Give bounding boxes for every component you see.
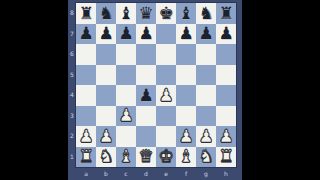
- file-label-a: a: [76, 167, 96, 180]
- piece-black-rook[interactable]: ♜: [216, 3, 236, 24]
- file-label-b: b: [96, 167, 116, 180]
- piece-black-pawn[interactable]: ♟: [136, 24, 156, 45]
- square-b6[interactable]: [96, 44, 116, 65]
- file-label-g: g: [196, 167, 216, 180]
- square-e6[interactable]: [156, 44, 176, 65]
- rank-labels: 87654321: [68, 3, 76, 167]
- piece-black-queen[interactable]: ♛: [136, 3, 156, 24]
- square-h2[interactable]: ♟: [216, 126, 236, 147]
- file-labels: abcdefgh: [76, 167, 236, 180]
- piece-white-queen[interactable]: ♛: [136, 147, 156, 168]
- rank-label-7: 7: [68, 24, 76, 45]
- letterbox-right: [242, 0, 320, 180]
- square-g2[interactable]: ♟: [196, 126, 216, 147]
- square-c8[interactable]: ♝: [116, 3, 136, 24]
- square-e1[interactable]: ♚: [156, 147, 176, 168]
- piece-white-pawn[interactable]: ♟: [116, 106, 136, 127]
- rank-label-8: 8: [68, 3, 76, 24]
- square-d8[interactable]: ♛: [136, 3, 156, 24]
- square-b1[interactable]: ♞: [96, 147, 116, 168]
- rank-label-4: 4: [68, 85, 76, 106]
- square-e5[interactable]: [156, 65, 176, 86]
- square-h5[interactable]: [216, 65, 236, 86]
- square-h1[interactable]: ♜: [216, 147, 236, 168]
- square-f2[interactable]: ♟: [176, 126, 196, 147]
- square-b2[interactable]: ♟: [96, 126, 116, 147]
- square-b4[interactable]: [96, 85, 116, 106]
- rank-label-1: 1: [68, 147, 76, 168]
- piece-white-rook[interactable]: ♜: [216, 147, 236, 168]
- square-b7[interactable]: ♟: [96, 24, 116, 45]
- piece-black-pawn[interactable]: ♟: [96, 24, 116, 45]
- square-h6[interactable]: [216, 44, 236, 65]
- square-f3[interactable]: [176, 106, 196, 127]
- square-f6[interactable]: [176, 44, 196, 65]
- rank-label-3: 3: [68, 106, 76, 127]
- file-label-c: c: [116, 167, 136, 180]
- square-f7[interactable]: ♟: [176, 24, 196, 45]
- piece-white-pawn[interactable]: ♟: [96, 126, 116, 147]
- piece-white-knight[interactable]: ♞: [96, 147, 116, 168]
- piece-black-pawn[interactable]: ♟: [216, 24, 236, 45]
- square-c3[interactable]: ♟: [116, 106, 136, 127]
- square-a1[interactable]: ♜: [76, 147, 96, 168]
- square-c6[interactable]: [116, 44, 136, 65]
- square-g5[interactable]: [196, 65, 216, 86]
- square-c1[interactable]: ♝: [116, 147, 136, 168]
- piece-black-bishop[interactable]: ♝: [116, 3, 136, 24]
- square-e7[interactable]: [156, 24, 176, 45]
- piece-black-pawn[interactable]: ♟: [116, 24, 136, 45]
- rank-label-6: 6: [68, 44, 76, 65]
- square-d1[interactable]: ♛: [136, 147, 156, 168]
- square-d5[interactable]: [136, 65, 156, 86]
- square-c7[interactable]: ♟: [116, 24, 136, 45]
- piece-white-pawn[interactable]: ♟: [76, 126, 96, 147]
- square-a7[interactable]: ♟: [76, 24, 96, 45]
- piece-black-pawn[interactable]: ♟: [136, 85, 156, 106]
- square-f5[interactable]: [176, 65, 196, 86]
- file-label-d: d: [136, 167, 156, 180]
- square-c2[interactable]: [116, 126, 136, 147]
- video-frame: 87654321 ♜♞♝♛♚♝♞♜♟♟♟♟♟♟♟♟♟♟♟♟♟♟♟♜♞♝♛♚♝♞♜…: [0, 0, 320, 180]
- piece-black-king[interactable]: ♚: [156, 3, 176, 24]
- piece-white-pawn[interactable]: ♟: [216, 126, 236, 147]
- piece-black-pawn[interactable]: ♟: [196, 24, 216, 45]
- square-e4[interactable]: ♟: [156, 85, 176, 106]
- piece-black-knight[interactable]: ♞: [96, 3, 116, 24]
- square-f4[interactable]: [176, 85, 196, 106]
- letterbox-left: [0, 0, 68, 180]
- square-h3[interactable]: [216, 106, 236, 127]
- rank-label-2: 2: [68, 126, 76, 147]
- file-label-h: h: [216, 167, 236, 180]
- piece-black-pawn[interactable]: ♟: [76, 24, 96, 45]
- square-a5[interactable]: [76, 65, 96, 86]
- piece-white-knight[interactable]: ♞: [196, 147, 216, 168]
- square-g6[interactable]: [196, 44, 216, 65]
- square-a4[interactable]: [76, 85, 96, 106]
- chess-board: 87654321 ♜♞♝♛♚♝♞♜♟♟♟♟♟♟♟♟♟♟♟♟♟♟♟♜♞♝♛♚♝♞♜…: [68, 0, 242, 180]
- square-d2[interactable]: [136, 126, 156, 147]
- piece-white-bishop[interactable]: ♝: [176, 147, 196, 168]
- piece-white-rook[interactable]: ♜: [76, 147, 96, 168]
- square-g8[interactable]: ♞: [196, 3, 216, 24]
- square-h8[interactable]: ♜: [216, 3, 236, 24]
- square-a2[interactable]: ♟: [76, 126, 96, 147]
- square-g1[interactable]: ♞: [196, 147, 216, 168]
- square-a8[interactable]: ♜: [76, 3, 96, 24]
- piece-black-pawn[interactable]: ♟: [176, 24, 196, 45]
- piece-black-bishop[interactable]: ♝: [176, 3, 196, 24]
- square-d7[interactable]: ♟: [136, 24, 156, 45]
- square-c4[interactable]: [116, 85, 136, 106]
- file-label-e: e: [156, 167, 176, 180]
- square-g7[interactable]: ♟: [196, 24, 216, 45]
- piece-white-pawn[interactable]: ♟: [176, 126, 196, 147]
- piece-white-bishop[interactable]: ♝: [116, 147, 136, 168]
- square-d6[interactable]: [136, 44, 156, 65]
- square-e8[interactable]: ♚: [156, 3, 176, 24]
- file-label-f: f: [176, 167, 196, 180]
- piece-white-pawn[interactable]: ♟: [156, 85, 176, 106]
- square-c5[interactable]: [116, 65, 136, 86]
- piece-white-pawn[interactable]: ♟: [196, 126, 216, 147]
- square-e3[interactable]: [156, 106, 176, 127]
- square-e2[interactable]: [156, 126, 176, 147]
- square-g4[interactable]: [196, 85, 216, 106]
- square-f1[interactable]: ♝: [176, 147, 196, 168]
- square-a6[interactable]: [76, 44, 96, 65]
- square-b8[interactable]: ♞: [96, 3, 116, 24]
- square-d3[interactable]: [136, 106, 156, 127]
- square-h4[interactable]: [216, 85, 236, 106]
- square-d4[interactable]: ♟: [136, 85, 156, 106]
- piece-black-knight[interactable]: ♞: [196, 3, 216, 24]
- rank-label-5: 5: [68, 65, 76, 86]
- piece-white-king[interactable]: ♚: [156, 147, 176, 168]
- square-b3[interactable]: [96, 106, 116, 127]
- square-f8[interactable]: ♝: [176, 3, 196, 24]
- piece-black-rook[interactable]: ♜: [76, 3, 96, 24]
- square-g3[interactable]: [196, 106, 216, 127]
- square-h7[interactable]: ♟: [216, 24, 236, 45]
- square-a3[interactable]: [76, 106, 96, 127]
- board-squares: ♜♞♝♛♚♝♞♜♟♟♟♟♟♟♟♟♟♟♟♟♟♟♟♜♞♝♛♚♝♞♜: [76, 3, 236, 167]
- square-b5[interactable]: [96, 65, 116, 86]
